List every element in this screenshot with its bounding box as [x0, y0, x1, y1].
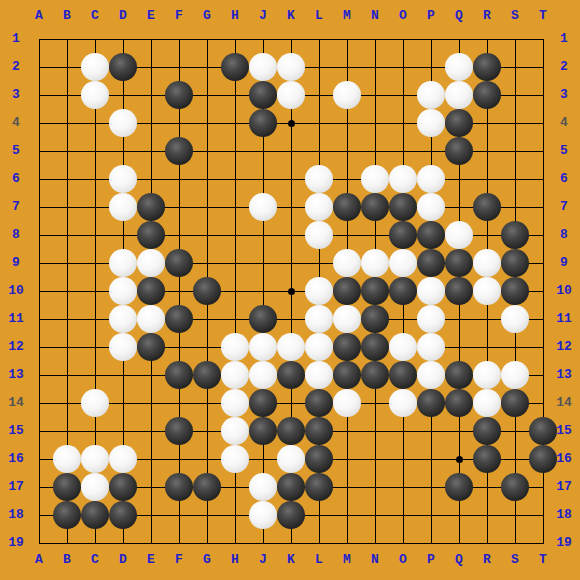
black-stone-j4[interactable]: [249, 109, 277, 137]
black-stone-l14[interactable]: [305, 389, 333, 417]
black-stone-k17[interactable]: [277, 473, 305, 501]
black-stone-b18[interactable]: [53, 501, 81, 529]
column-label-bottom-m: M: [333, 550, 361, 570]
column-label-top-l: L: [305, 6, 333, 26]
column-label-top-c: C: [81, 6, 109, 26]
black-stone-p14[interactable]: [417, 389, 445, 417]
black-stone-s8[interactable]: [501, 221, 529, 249]
black-stone-b17[interactable]: [53, 473, 81, 501]
white-stone-k16[interactable]: [277, 445, 305, 473]
white-stone-l11[interactable]: [305, 305, 333, 333]
column-label-top-j: J: [249, 6, 277, 26]
white-stone-l6[interactable]: [305, 165, 333, 193]
white-stone-c16[interactable]: [81, 445, 109, 473]
black-stone-o8[interactable]: [389, 221, 417, 249]
column-label-bottom-t: T: [529, 550, 557, 570]
column-label-top-s: S: [501, 6, 529, 26]
black-stone-c18[interactable]: [81, 501, 109, 529]
black-stone-m10[interactable]: [333, 277, 361, 305]
row-label-left-3: 3: [0, 85, 32, 105]
black-stone-n12[interactable]: [361, 333, 389, 361]
white-stone-h13[interactable]: [221, 361, 249, 389]
row-label-left-12: 12: [0, 337, 32, 357]
column-label-top-r: R: [473, 6, 501, 26]
column-label-bottom-e: E: [137, 550, 165, 570]
black-stone-q13[interactable]: [445, 361, 473, 389]
white-stone-d11[interactable]: [109, 305, 137, 333]
star-point-q16: [456, 456, 463, 463]
row-label-right-12: 12: [548, 337, 580, 357]
black-stone-r16[interactable]: [473, 445, 501, 473]
black-stone-s9[interactable]: [501, 249, 529, 277]
white-stone-k3[interactable]: [277, 81, 305, 109]
white-stone-p4[interactable]: [417, 109, 445, 137]
column-label-bottom-n: N: [361, 550, 389, 570]
black-stone-q5[interactable]: [445, 137, 473, 165]
row-label-right-15: 15: [548, 421, 580, 441]
white-stone-j2[interactable]: [249, 53, 277, 81]
black-stone-j3[interactable]: [249, 81, 277, 109]
white-stone-n9[interactable]: [361, 249, 389, 277]
black-stone-n11[interactable]: [361, 305, 389, 333]
column-label-top-h: H: [221, 6, 249, 26]
black-stone-q9[interactable]: [445, 249, 473, 277]
white-stone-m3[interactable]: [333, 81, 361, 109]
black-stone-e7[interactable]: [137, 193, 165, 221]
column-label-top-o: O: [389, 6, 417, 26]
column-label-top-t: T: [529, 6, 557, 26]
row-label-right-10: 10: [548, 281, 580, 301]
white-stone-p11[interactable]: [417, 305, 445, 333]
black-stone-s10[interactable]: [501, 277, 529, 305]
white-stone-q3[interactable]: [445, 81, 473, 109]
column-label-top-m: M: [333, 6, 361, 26]
row-label-left-11: 11: [0, 309, 32, 329]
go-board[interactable]: AABBCCDDEEFFGGHHJJKKLLMMNNOOPPQQRRSSTT11…: [0, 0, 580, 580]
white-stone-r14[interactable]: [473, 389, 501, 417]
black-stone-o7[interactable]: [389, 193, 417, 221]
white-stone-m14[interactable]: [333, 389, 361, 417]
black-stone-g10[interactable]: [193, 277, 221, 305]
white-stone-h15[interactable]: [221, 417, 249, 445]
white-stone-m11[interactable]: [333, 305, 361, 333]
row-label-left-1: 1: [0, 29, 32, 49]
row-label-right-7: 7: [548, 197, 580, 217]
row-label-right-3: 3: [548, 85, 580, 105]
column-label-bottom-o: O: [389, 550, 417, 570]
row-label-right-2: 2: [548, 57, 580, 77]
row-label-left-6: 6: [0, 169, 32, 189]
row-label-right-13: 13: [548, 365, 580, 385]
white-stone-o9[interactable]: [389, 249, 417, 277]
white-stone-j18[interactable]: [249, 501, 277, 529]
column-label-bottom-f: F: [165, 550, 193, 570]
white-stone-d10[interactable]: [109, 277, 137, 305]
black-stone-d17[interactable]: [109, 473, 137, 501]
white-stone-n6[interactable]: [361, 165, 389, 193]
white-stone-j12[interactable]: [249, 333, 277, 361]
white-stone-s13[interactable]: [501, 361, 529, 389]
row-label-left-9: 9: [0, 253, 32, 273]
black-stone-n7[interactable]: [361, 193, 389, 221]
white-stone-d16[interactable]: [109, 445, 137, 473]
black-stone-g13[interactable]: [193, 361, 221, 389]
white-stone-l7[interactable]: [305, 193, 333, 221]
row-label-right-9: 9: [548, 253, 580, 273]
black-stone-l16[interactable]: [305, 445, 333, 473]
white-stone-h16[interactable]: [221, 445, 249, 473]
row-label-left-13: 13: [0, 365, 32, 385]
white-stone-j13[interactable]: [249, 361, 277, 389]
white-stone-p13[interactable]: [417, 361, 445, 389]
white-stone-l12[interactable]: [305, 333, 333, 361]
black-stone-o10[interactable]: [389, 277, 417, 305]
black-stone-g17[interactable]: [193, 473, 221, 501]
white-stone-l13[interactable]: [305, 361, 333, 389]
white-stone-b16[interactable]: [53, 445, 81, 473]
black-stone-k15[interactable]: [277, 417, 305, 445]
row-label-left-2: 2: [0, 57, 32, 77]
black-stone-k13[interactable]: [277, 361, 305, 389]
white-stone-o12[interactable]: [389, 333, 417, 361]
black-stone-r15[interactable]: [473, 417, 501, 445]
column-label-bottom-a: A: [25, 550, 53, 570]
black-stone-l17[interactable]: [305, 473, 333, 501]
column-label-bottom-g: G: [193, 550, 221, 570]
column-label-bottom-q: Q: [445, 550, 473, 570]
white-stone-s11[interactable]: [501, 305, 529, 333]
star-point-k4: [288, 120, 295, 127]
black-stone-d18[interactable]: [109, 501, 137, 529]
row-label-right-14: 14: [548, 393, 580, 413]
black-stone-m12[interactable]: [333, 333, 361, 361]
black-stone-q4[interactable]: [445, 109, 473, 137]
black-stone-m13[interactable]: [333, 361, 361, 389]
white-stone-e11[interactable]: [137, 305, 165, 333]
white-stone-m9[interactable]: [333, 249, 361, 277]
column-label-top-f: F: [165, 6, 193, 26]
column-label-top-q: Q: [445, 6, 473, 26]
column-label-top-g: G: [193, 6, 221, 26]
black-stone-q14[interactable]: [445, 389, 473, 417]
black-stone-r2[interactable]: [473, 53, 501, 81]
row-label-right-11: 11: [548, 309, 580, 329]
column-label-bottom-s: S: [501, 550, 529, 570]
column-label-bottom-c: C: [81, 550, 109, 570]
black-stone-e8[interactable]: [137, 221, 165, 249]
black-stone-e10[interactable]: [137, 277, 165, 305]
white-stone-h12[interactable]: [221, 333, 249, 361]
column-label-top-b: B: [53, 6, 81, 26]
row-label-left-7: 7: [0, 197, 32, 217]
column-label-bottom-k: K: [277, 550, 305, 570]
row-label-left-19: 19: [0, 533, 32, 553]
white-stone-c17[interactable]: [81, 473, 109, 501]
black-stone-f9[interactable]: [165, 249, 193, 277]
black-stone-m7[interactable]: [333, 193, 361, 221]
white-stone-r9[interactable]: [473, 249, 501, 277]
black-stone-q17[interactable]: [445, 473, 473, 501]
black-stone-h2[interactable]: [221, 53, 249, 81]
row-label-left-16: 16: [0, 449, 32, 469]
black-stone-n13[interactable]: [361, 361, 389, 389]
column-label-bottom-h: H: [221, 550, 249, 570]
row-label-right-1: 1: [548, 29, 580, 49]
white-stone-h14[interactable]: [221, 389, 249, 417]
white-stone-o14[interactable]: [389, 389, 417, 417]
black-stone-l15[interactable]: [305, 417, 333, 445]
white-stone-p7[interactable]: [417, 193, 445, 221]
column-label-bottom-b: B: [53, 550, 81, 570]
black-stone-e12[interactable]: [137, 333, 165, 361]
row-label-left-5: 5: [0, 141, 32, 161]
column-label-bottom-d: D: [109, 550, 137, 570]
white-stone-r10[interactable]: [473, 277, 501, 305]
white-stone-d6[interactable]: [109, 165, 137, 193]
black-stone-n10[interactable]: [361, 277, 389, 305]
white-stone-d4[interactable]: [109, 109, 137, 137]
black-stone-j11[interactable]: [249, 305, 277, 333]
black-stone-r3[interactable]: [473, 81, 501, 109]
column-label-bottom-j: J: [249, 550, 277, 570]
row-label-left-17: 17: [0, 477, 32, 497]
column-label-top-p: P: [417, 6, 445, 26]
white-stone-r13[interactable]: [473, 361, 501, 389]
white-stone-j7[interactable]: [249, 193, 277, 221]
row-label-right-4: 4: [548, 113, 580, 133]
row-label-right-6: 6: [548, 169, 580, 189]
row-label-right-5: 5: [548, 141, 580, 161]
column-label-top-n: N: [361, 6, 389, 26]
black-stone-j14[interactable]: [249, 389, 277, 417]
black-stone-f17[interactable]: [165, 473, 193, 501]
black-stone-p9[interactable]: [417, 249, 445, 277]
black-stone-f15[interactable]: [165, 417, 193, 445]
column-label-bottom-r: R: [473, 550, 501, 570]
white-stone-c2[interactable]: [81, 53, 109, 81]
go-board-screenshot: AABBCCDDEEFFGGHHJJKKLLMMNNOOPPQQRRSSTT11…: [0, 0, 580, 580]
white-stone-d9[interactable]: [109, 249, 137, 277]
white-stone-c3[interactable]: [81, 81, 109, 109]
star-point-k10: [288, 288, 295, 295]
white-stone-l10[interactable]: [305, 277, 333, 305]
column-label-top-d: D: [109, 6, 137, 26]
black-stone-f11[interactable]: [165, 305, 193, 333]
white-stone-c14[interactable]: [81, 389, 109, 417]
white-stone-e9[interactable]: [137, 249, 165, 277]
white-stone-p10[interactable]: [417, 277, 445, 305]
white-stone-k2[interactable]: [277, 53, 305, 81]
row-label-left-14: 14: [0, 393, 32, 413]
white-stone-d7[interactable]: [109, 193, 137, 221]
white-stone-p6[interactable]: [417, 165, 445, 193]
black-stone-f3[interactable]: [165, 81, 193, 109]
white-stone-d12[interactable]: [109, 333, 137, 361]
column-label-bottom-l: L: [305, 550, 333, 570]
row-label-right-17: 17: [548, 477, 580, 497]
white-stone-k12[interactable]: [277, 333, 305, 361]
row-label-right-18: 18: [548, 505, 580, 525]
white-stone-l8[interactable]: [305, 221, 333, 249]
white-stone-j17[interactable]: [249, 473, 277, 501]
row-label-left-4: 4: [0, 113, 32, 133]
black-stone-p8[interactable]: [417, 221, 445, 249]
black-stone-k18[interactable]: [277, 501, 305, 529]
row-label-left-18: 18: [0, 505, 32, 525]
row-label-right-16: 16: [548, 449, 580, 469]
black-stone-d2[interactable]: [109, 53, 137, 81]
black-stone-o13[interactable]: [389, 361, 417, 389]
white-stone-q2[interactable]: [445, 53, 473, 81]
column-label-top-e: E: [137, 6, 165, 26]
row-label-left-10: 10: [0, 281, 32, 301]
row-label-left-15: 15: [0, 421, 32, 441]
black-stone-j15[interactable]: [249, 417, 277, 445]
column-label-top-a: A: [25, 6, 53, 26]
white-stone-p12[interactable]: [417, 333, 445, 361]
column-label-bottom-p: P: [417, 550, 445, 570]
row-label-left-8: 8: [0, 225, 32, 245]
white-stone-o6[interactable]: [389, 165, 417, 193]
column-label-top-k: K: [277, 6, 305, 26]
black-stone-s17[interactable]: [501, 473, 529, 501]
black-stone-f5[interactable]: [165, 137, 193, 165]
row-label-right-8: 8: [548, 225, 580, 245]
row-label-right-19: 19: [548, 533, 580, 553]
black-stone-r7[interactable]: [473, 193, 501, 221]
grid-horizontal-line: [39, 543, 544, 544]
black-stone-f13[interactable]: [165, 361, 193, 389]
white-stone-p3[interactable]: [417, 81, 445, 109]
black-stone-s14[interactable]: [501, 389, 529, 417]
black-stone-q10[interactable]: [445, 277, 473, 305]
white-stone-q8[interactable]: [445, 221, 473, 249]
